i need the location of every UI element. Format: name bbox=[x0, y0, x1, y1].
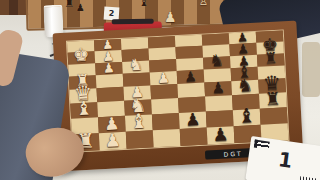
background-black-rook: ♜ bbox=[64, 0, 75, 9]
board-number: 1 bbox=[247, 145, 320, 175]
square-b5: ♟ bbox=[179, 112, 207, 129]
white-bishop: ♝ bbox=[75, 99, 93, 119]
square-a3 bbox=[126, 130, 154, 148]
square-d6: ♟ bbox=[204, 81, 232, 96]
black-pawn: ♟ bbox=[211, 81, 225, 97]
right-table-edge bbox=[302, 42, 320, 97]
black-pawn: ♟ bbox=[212, 125, 229, 144]
board-number-card: 1 bbox=[245, 136, 320, 180]
square-d4 bbox=[150, 84, 178, 99]
square-b8 bbox=[260, 107, 288, 124]
square-b3: ♝ bbox=[125, 114, 153, 131]
board-grid: ♟♟♚♟♟♚♟♞♞♟♜♜♟♟♝♛♟♟♞♛♝♞♜♟♝♟♝♜♟♟ bbox=[67, 30, 288, 151]
white-pawn: ♟ bbox=[157, 70, 170, 85]
square-c4 bbox=[151, 98, 179, 114]
square-d2 bbox=[96, 87, 124, 102]
clock-buttons[interactable] bbox=[112, 19, 154, 25]
black-rook: ♜ bbox=[264, 51, 278, 67]
square-d5 bbox=[177, 83, 205, 98]
square-c6 bbox=[205, 95, 233, 111]
square-d7: ♞ bbox=[231, 80, 259, 95]
white-pawn: ♟ bbox=[103, 61, 115, 75]
square-b7: ♝ bbox=[233, 109, 261, 126]
square-a4 bbox=[153, 129, 181, 147]
square-c8: ♜ bbox=[259, 92, 287, 108]
black-pawn: ♟ bbox=[184, 69, 197, 84]
white-pawn: ♟ bbox=[104, 131, 121, 150]
black-rook: ♜ bbox=[264, 90, 281, 109]
background-white-pawn: ♙ bbox=[199, 0, 208, 7]
white-king: ♚ bbox=[73, 46, 90, 65]
white-knight: ♞ bbox=[128, 57, 143, 74]
black-bishop: ♝ bbox=[237, 105, 256, 126]
square-a6: ♟ bbox=[207, 126, 235, 144]
background-black-pawn: ♟ bbox=[76, 3, 85, 13]
background-black-bishop: ♝ bbox=[139, 0, 149, 8]
captured-white-pawn: ♟ bbox=[164, 10, 177, 24]
black-knight: ♞ bbox=[209, 53, 224, 70]
card-barcode bbox=[299, 176, 316, 180]
square-b4 bbox=[152, 113, 180, 130]
white-bishop: ♝ bbox=[129, 111, 148, 132]
square-a2: ♟ bbox=[99, 132, 127, 150]
black-pawn: ♟ bbox=[185, 111, 201, 129]
square-a5 bbox=[180, 128, 208, 146]
tournament-photo: ♜ ♟ ♝ ♙ 2 1:56 0:57 ♟ ♟♟♚♟♟♚♟♞♞♟♜♜♟♟♝♛♟♟… bbox=[0, 0, 320, 180]
black-knight: ♞ bbox=[237, 76, 254, 95]
square-c1: ♝ bbox=[70, 102, 98, 118]
